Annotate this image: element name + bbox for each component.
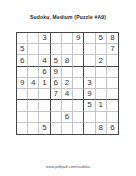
given-digit: 5 <box>20 45 24 53</box>
cell-r2c8[interactable] <box>96 44 107 55</box>
cell-r8c8[interactable] <box>96 112 107 123</box>
cell-r5c8[interactable] <box>96 78 107 89</box>
cell-r4c4: 9 <box>51 67 62 78</box>
cell-r7c9[interactable] <box>107 100 118 111</box>
cell-r7c1[interactable] <box>17 100 28 111</box>
given-digit: 5 <box>42 124 46 132</box>
cell-r2c3[interactable] <box>39 44 50 55</box>
cell-r4c9[interactable] <box>107 67 118 78</box>
cell-r2c9: 7 <box>107 44 118 55</box>
cell-r7c8: 1 <box>96 100 107 111</box>
given-digit: 6 <box>65 113 69 121</box>
cell-r8c1[interactable] <box>17 112 28 123</box>
given-digit: 3 <box>87 79 91 87</box>
given-digit: 6 <box>20 57 24 65</box>
cell-r9c8: 8 <box>96 123 107 134</box>
given-digit: 1 <box>98 101 102 109</box>
given-digit: 4 <box>65 90 69 98</box>
cell-r2c7[interactable] <box>84 44 95 55</box>
cell-r3c1: 6 <box>17 55 28 66</box>
cell-r6c7: 9 <box>84 89 95 100</box>
cell-r3c2[interactable] <box>28 55 39 66</box>
given-digit: 5 <box>98 34 102 42</box>
given-digit: 7 <box>110 45 114 53</box>
given-digit: 5 <box>54 57 58 65</box>
cell-r2c2[interactable] <box>28 44 39 55</box>
cell-r3c9[interactable] <box>107 55 118 66</box>
cell-r1c4[interactable] <box>51 33 62 44</box>
given-digit: 4 <box>42 57 46 65</box>
cell-r9c2[interactable] <box>28 123 39 134</box>
cell-r2c6[interactable] <box>73 44 84 55</box>
cell-r8c9[interactable] <box>107 112 118 123</box>
cell-r4c7[interactable] <box>84 67 95 78</box>
cell-r5c3: 1 <box>39 78 50 89</box>
given-digit: 9 <box>20 79 24 87</box>
given-digit: 8 <box>98 124 102 132</box>
cell-r6c4: 7 <box>51 89 62 100</box>
cell-r1c8: 5 <box>96 33 107 44</box>
cell-r9c7[interactable] <box>84 123 95 134</box>
cell-r4c3: 6 <box>39 67 50 78</box>
cell-r5c5: 2 <box>62 78 73 89</box>
cell-r6c9[interactable] <box>107 89 118 100</box>
given-digit: 1 <box>42 79 46 87</box>
cell-r4c2[interactable] <box>28 67 39 78</box>
cell-r5c1: 9 <box>17 78 28 89</box>
cell-r9c5[interactable] <box>62 123 73 134</box>
cell-r9c4[interactable] <box>51 123 62 134</box>
cell-r7c5[interactable] <box>62 100 73 111</box>
cell-r8c6[interactable] <box>73 112 84 123</box>
cell-r9c6[interactable] <box>73 123 84 134</box>
cell-r4c5[interactable] <box>62 67 73 78</box>
given-digit: 2 <box>65 79 69 87</box>
cell-r8c5: 6 <box>62 112 73 123</box>
cell-r5c2: 4 <box>28 78 39 89</box>
sudoku-board: 3958576458269941623749516586 <box>16 32 119 135</box>
cell-r1c3: 3 <box>39 33 50 44</box>
cell-r6c2[interactable] <box>28 89 39 100</box>
cell-r6c1[interactable] <box>17 89 28 100</box>
given-digit: 6 <box>54 79 58 87</box>
cell-r7c4[interactable] <box>51 100 62 111</box>
cell-r6c6[interactable] <box>73 89 84 100</box>
cell-r1c1[interactable] <box>17 33 28 44</box>
cell-r4c1[interactable] <box>17 67 28 78</box>
given-digit: 2 <box>98 57 102 65</box>
cell-r5c9[interactable] <box>107 78 118 89</box>
cell-r3c3: 4 <box>39 55 50 66</box>
cell-r8c2[interactable] <box>28 112 39 123</box>
source-url: www.pdfpad.com/sudoku <box>0 164 136 169</box>
given-digit: 9 <box>76 34 80 42</box>
cell-r9c3: 5 <box>39 123 50 134</box>
cell-r2c5[interactable] <box>62 44 73 55</box>
cell-r3c5: 8 <box>62 55 73 66</box>
cell-r3c7[interactable] <box>84 55 95 66</box>
cell-r3c8: 2 <box>96 55 107 66</box>
cell-r6c3[interactable] <box>39 89 50 100</box>
cell-r2c1: 5 <box>17 44 28 55</box>
given-digit: 3 <box>42 34 46 42</box>
cell-r6c5: 4 <box>62 89 73 100</box>
cell-r7c7: 5 <box>84 100 95 111</box>
given-digit: 4 <box>31 79 35 87</box>
cell-r1c5[interactable] <box>62 33 73 44</box>
cell-r3c6[interactable] <box>73 55 84 66</box>
cell-r5c7: 3 <box>84 78 95 89</box>
cell-r5c4: 6 <box>51 78 62 89</box>
cell-r8c4[interactable] <box>51 112 62 123</box>
cell-r7c3[interactable] <box>39 100 50 111</box>
cell-r7c6[interactable] <box>73 100 84 111</box>
cell-r1c7[interactable] <box>84 33 95 44</box>
cell-r8c7[interactable] <box>84 112 95 123</box>
given-digit: 6 <box>42 68 46 76</box>
cell-r3c4: 5 <box>51 55 62 66</box>
puzzle-title: Sudoku, Medium (Puzzle #A9) <box>0 14 136 20</box>
given-digit: 8 <box>110 34 114 42</box>
given-digit: 6 <box>110 124 114 132</box>
cell-r8c3[interactable] <box>39 112 50 123</box>
cell-r6c8[interactable] <box>96 89 107 100</box>
cell-r1c2[interactable] <box>28 33 39 44</box>
cell-r7c2[interactable] <box>28 100 39 111</box>
given-digit: 7 <box>54 90 58 98</box>
cell-r5c6[interactable] <box>73 78 84 89</box>
cell-r4c8[interactable] <box>96 67 107 78</box>
cell-r9c9: 6 <box>107 123 118 134</box>
given-digit: 9 <box>87 90 91 98</box>
cell-r1c9: 8 <box>107 33 118 44</box>
cell-r2c4[interactable] <box>51 44 62 55</box>
cell-r9c1[interactable] <box>17 123 28 134</box>
given-digit: 5 <box>87 101 91 109</box>
given-digit: 9 <box>54 68 58 76</box>
cell-r4c6[interactable] <box>73 67 84 78</box>
given-digit: 8 <box>65 57 69 65</box>
cell-r1c6: 9 <box>73 33 84 44</box>
